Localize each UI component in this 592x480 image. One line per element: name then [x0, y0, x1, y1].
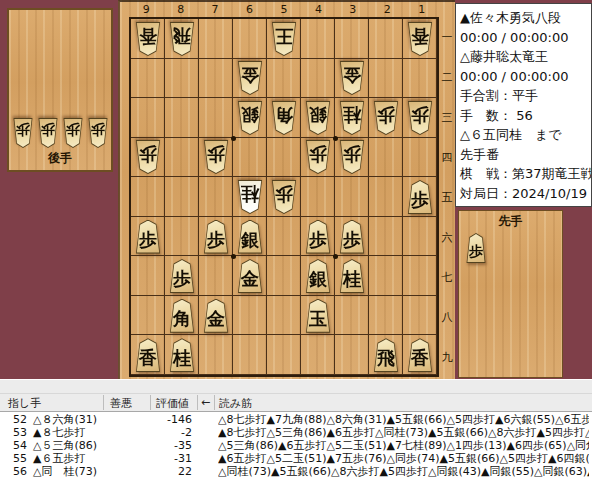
shogi-board[interactable]: 香飛王香金金銀角銀桂歩歩歩歩歩歩桂歩歩歩歩銀歩歩歩金銀桂角金玉香桂飛香 — [129, 17, 439, 377]
sente-piece-歩[interactable]: 歩 — [465, 233, 487, 263]
piece-kanji: 香 — [139, 27, 157, 45]
board-square[interactable] — [369, 19, 403, 59]
sente-clock: 00:00 / 00:00:00 — [460, 28, 591, 48]
move-row-pv: △同桂(73)▲5五銀(66)△8六歩打▲5四歩打△同銀(43)▲同銀(55)△… — [218, 465, 589, 478]
piece-kanji: 歩 — [309, 231, 327, 249]
piece-kanji: 銀 — [309, 270, 327, 288]
move-list-rows: 52△８六角(31)-146△8七歩打▲7九角(88)△8六角(31)▲5五銀(… — [0, 412, 592, 480]
rank-labels: 一二三四五六七八九 — [439, 17, 455, 377]
rank-label: 二 — [439, 57, 455, 97]
gote-piece-歩[interactable]: 歩 — [134, 140, 162, 174]
gote-piece-角[interactable]: 角 — [270, 101, 298, 135]
gote-piece-銀[interactable]: 銀 — [304, 101, 332, 135]
gote-piece-金[interactable]: 金 — [338, 61, 366, 95]
piece-kanji: 歩 — [139, 145, 157, 163]
board-square[interactable] — [369, 138, 403, 178]
sente-piece-角[interactable]: 角 — [168, 299, 196, 333]
move-row-54[interactable]: 54△５三角(86)-35△5三角(86)▲6五歩打△5二玉(51)▲7七桂(8… — [0, 439, 592, 452]
piece-kanji: 歩 — [309, 145, 327, 163]
piece-kanji: 角 — [173, 310, 191, 328]
last-move-line: △６五同桂 まで — [460, 125, 591, 145]
sente-player-name: ▲佐々木勇気八段 — [460, 8, 591, 28]
gote-piece-香[interactable]: 香 — [134, 22, 162, 56]
header-move: 指し手 — [8, 396, 41, 411]
piece-kanji: 歩 — [469, 244, 483, 258]
piece-kanji: 金 — [241, 66, 259, 84]
board-square[interactable] — [233, 335, 267, 375]
turn-indicator: 先手番 — [460, 145, 591, 165]
move-row-pv: ▲6五歩打△5二玉(51)▲7五歩(76)△同歩(74)▲5五銀(66)△5四歩… — [218, 452, 589, 465]
move-row-mv: △８六角(31) — [33, 413, 97, 426]
sente-piece-香[interactable]: 香 — [134, 338, 162, 372]
gote-piece-歩[interactable]: 歩 — [37, 118, 59, 148]
piece-kanji: 歩 — [377, 106, 395, 124]
gote-piece-桂[interactable]: 桂 — [236, 180, 264, 214]
piece-face: 角 — [169, 300, 195, 332]
piece-face: 歩 — [135, 221, 161, 253]
rank-label: 五 — [439, 177, 455, 217]
sente-piece-桂[interactable]: 桂 — [168, 338, 196, 372]
sente-piece-桂[interactable]: 桂 — [338, 259, 366, 293]
piece-kanji: 桂 — [241, 185, 259, 203]
piece-face: 金 — [237, 260, 263, 292]
move-row-mv: ▲８七歩打 — [33, 426, 85, 439]
rank-label: 一 — [439, 17, 455, 57]
gote-hand-pieces: 歩歩歩歩 — [9, 118, 111, 148]
move-row-ev: -2 — [130, 426, 192, 439]
board-square[interactable] — [267, 256, 301, 296]
piece-kanji: 歩 — [207, 145, 225, 163]
sente-piece-歩[interactable]: 歩 — [406, 180, 434, 214]
board-square[interactable] — [369, 217, 403, 257]
piece-face: 歩 — [271, 181, 297, 213]
sente-piece-歩[interactable]: 歩 — [304, 220, 332, 254]
gote-tray-label: 後手 — [9, 150, 111, 167]
gote-piece-香[interactable]: 香 — [406, 22, 434, 56]
piece-kanji: 歩 — [411, 191, 429, 209]
move-row-no: 52 — [5, 413, 27, 426]
piece-kanji: 金 — [207, 310, 225, 328]
piece-kanji: 香 — [139, 349, 157, 367]
board-square[interactable] — [165, 59, 199, 99]
board-square[interactable] — [267, 59, 301, 99]
piece-kanji: 桂 — [343, 270, 361, 288]
piece-kanji: 飛 — [173, 27, 191, 45]
board-square[interactable] — [131, 256, 165, 296]
board-square[interactable] — [165, 138, 199, 178]
move-row-pv: ▲8七歩打△5三角(86)▲6五歩打△同桂(73)▲5五銀(66)△8六歩打▲5… — [218, 426, 589, 439]
piece-kanji: 歩 — [139, 231, 157, 249]
board-square[interactable] — [403, 59, 437, 99]
gote-clock: 00:00 / 00:00:00 — [460, 67, 591, 87]
file-label: 2 — [370, 3, 404, 17]
piece-kanji: 歩 — [343, 145, 361, 163]
piece-kanji: 歩 — [207, 231, 225, 249]
sente-piece-金[interactable]: 金 — [236, 259, 264, 293]
gote-piece-歩[interactable]: 歩 — [202, 140, 230, 174]
file-label: 1 — [405, 3, 439, 17]
gote-piece-歩[interactable]: 歩 — [338, 140, 366, 174]
board-square[interactable] — [199, 177, 233, 217]
move-count-line: 手 数： 56 — [460, 106, 591, 126]
move-list-panel: 指し手 善悪 評価値 ← 読み筋 52△８六角(31)-146△8七歩打▲7九角… — [0, 379, 592, 480]
board-square[interactable] — [369, 177, 403, 217]
move-row-no: 53 — [5, 426, 27, 439]
sente-piece-歩[interactable]: 歩 — [202, 220, 230, 254]
move-row-mv: △５三角(86) — [33, 439, 97, 452]
file-label: 5 — [267, 3, 301, 17]
move-row-mv: △同 桂(73) — [33, 465, 97, 478]
board-square[interactable] — [301, 59, 335, 99]
piece-face: 桂 — [339, 260, 365, 292]
piece-kanji: 玉 — [309, 310, 327, 328]
board-square[interactable] — [165, 177, 199, 217]
column-separator — [103, 395, 104, 410]
gote-piece-王[interactable]: 王 — [270, 22, 298, 56]
piece-face: 香 — [135, 23, 161, 55]
board-square[interactable] — [131, 177, 165, 217]
piece-face: 角 — [271, 102, 297, 134]
piece-kanji: 角 — [275, 106, 293, 124]
piece-face: 飛 — [373, 339, 399, 371]
gote-piece-金[interactable]: 金 — [236, 61, 264, 95]
header-eval: 評価値 — [156, 396, 189, 411]
move-row-pv: △8七歩打▲7九角(88)△8六角(31)▲5五銀(66)△5四歩打▲6六銀(5… — [218, 413, 589, 426]
move-row-ev: -35 — [130, 439, 192, 452]
gote-player-name: △藤井聡太竜王 — [460, 47, 591, 67]
piece-face: 玉 — [305, 300, 331, 332]
piece-kanji: 歩 — [411, 106, 429, 124]
piece-face: 歩 — [135, 141, 161, 173]
piece-kanji: 歩 — [343, 231, 361, 249]
piece-kanji: 歩 — [66, 124, 80, 138]
piece-face: 桂 — [237, 181, 263, 213]
piece-kanji: 歩 — [16, 124, 30, 138]
sente-piece-飛[interactable]: 飛 — [372, 338, 400, 372]
piece-face: 歩 — [339, 141, 365, 173]
piece-kanji: 歩 — [275, 185, 293, 203]
board-square[interactable] — [403, 296, 437, 336]
board-square[interactable] — [335, 335, 369, 375]
sente-hand-pieces: 歩 — [465, 233, 487, 263]
board-square[interactable] — [403, 256, 437, 296]
board-square[interactable] — [199, 59, 233, 99]
piece-face: 香 — [135, 339, 161, 371]
file-label: 7 — [198, 3, 232, 17]
piece-face: 歩 — [407, 181, 433, 213]
board-square[interactable] — [369, 256, 403, 296]
piece-face: 飛 — [169, 23, 195, 55]
column-separator — [150, 395, 151, 410]
piece-face: 歩 — [305, 221, 331, 253]
sente-piece-歩[interactable]: 歩 — [338, 220, 366, 254]
move-row-52[interactable]: 52△８六角(31)-146△8七歩打▲7九角(88)△8六角(31)▲5五銀(… — [0, 413, 592, 426]
file-label: 8 — [163, 3, 197, 17]
move-row-no: 56 — [5, 465, 27, 478]
piece-kanji: 王 — [275, 27, 293, 45]
gote-piece-銀[interactable]: 銀 — [236, 101, 264, 135]
piece-kanji: 金 — [343, 66, 361, 84]
board-square[interactable] — [301, 335, 335, 375]
board-square[interactable] — [335, 177, 369, 217]
piece-kanji: 銀 — [309, 106, 327, 124]
sente-hand-tray: 先手 歩 — [458, 210, 563, 378]
gote-piece-歩[interactable]: 歩 — [304, 140, 332, 174]
move-row-mv: ▲６五歩打 — [33, 452, 85, 465]
move-row-no: 54 — [5, 439, 27, 452]
piece-kanji: 飛 — [377, 349, 395, 367]
kifu-viewer-window: { "game": "shogi", "position": { "sfen":… — [0, 0, 592, 480]
piece-face: 銀 — [237, 102, 263, 134]
board-square[interactable] — [335, 19, 369, 59]
piece-face: 歩 — [373, 102, 399, 134]
board-square[interactable] — [199, 19, 233, 59]
piece-kanji: 香 — [411, 27, 429, 45]
piece-kanji: 金 — [241, 270, 259, 288]
piece-kanji: 香 — [411, 349, 429, 367]
board-square[interactable] — [131, 59, 165, 99]
gote-piece-歩[interactable]: 歩 — [406, 101, 434, 135]
piece-face: 銀 — [237, 221, 263, 253]
date-line: 対局日：2024/10/19 — [460, 184, 591, 204]
gote-piece-歩[interactable]: 歩 — [270, 180, 298, 214]
sente-piece-玉[interactable]: 玉 — [304, 299, 332, 333]
header-pv: 読み筋 — [219, 396, 252, 411]
piece-face: 香 — [407, 23, 433, 55]
piece-kanji: 歩 — [41, 124, 55, 138]
sente-tray-label: 先手 — [459, 213, 562, 230]
file-labels: 987654321 — [129, 3, 439, 17]
event-line: 棋 戦：第37期竜王戦 — [460, 164, 591, 184]
gote-piece-飛[interactable]: 飛 — [168, 22, 196, 56]
piece-face: 歩 — [407, 102, 433, 134]
piece-face: 銀 — [305, 102, 331, 134]
piece-kanji: 歩 — [91, 124, 105, 138]
header-quality: 善悪 — [110, 396, 132, 411]
piece-face: 歩 — [466, 234, 486, 262]
board-square[interactable] — [301, 177, 335, 217]
board-square[interactable] — [403, 217, 437, 257]
file-label: 4 — [301, 3, 335, 17]
column-separator — [214, 395, 215, 410]
piece-kanji: 銀 — [241, 106, 259, 124]
board-square[interactable] — [233, 138, 267, 178]
board-square[interactable] — [165, 98, 199, 138]
board-square[interactable] — [199, 335, 233, 375]
board-square[interactable] — [267, 138, 301, 178]
piece-face: 桂 — [169, 339, 195, 371]
piece-face: 歩 — [203, 221, 229, 253]
board-square[interactable] — [267, 217, 301, 257]
piece-kanji: 歩 — [173, 270, 191, 288]
board-square[interactable] — [131, 98, 165, 138]
board-square[interactable] — [233, 296, 267, 336]
board-square[interactable] — [165, 217, 199, 257]
piece-face: 金 — [237, 62, 263, 94]
piece-face: 歩 — [169, 260, 195, 292]
board-square[interactable] — [267, 335, 301, 375]
piece-kanji: 銀 — [241, 231, 259, 249]
board-square[interactable] — [267, 296, 301, 336]
gote-piece-歩[interactable]: 歩 — [372, 101, 400, 135]
gote-piece-桂[interactable]: 桂 — [338, 101, 366, 135]
board-square[interactable] — [233, 19, 267, 59]
file-label: 6 — [232, 3, 266, 17]
piece-kanji: 桂 — [343, 106, 361, 124]
rank-label: 七 — [439, 257, 455, 297]
header-arrow: ← — [201, 396, 210, 409]
sente-piece-銀[interactable]: 銀 — [304, 259, 332, 293]
piece-face: 王 — [271, 23, 297, 55]
handicap-line: 手合割：平手 — [460, 86, 591, 106]
move-row-56[interactable]: 56△同 桂(73)22△同桂(73)▲5五銀(66)△8六歩打▲5四歩打△同銀… — [0, 465, 592, 478]
sente-piece-歩[interactable]: 歩 — [168, 259, 196, 293]
game-info-panel: ▲佐々木勇気八段 00:00 / 00:00:00 △藤井聡太竜王 00:00 … — [455, 3, 592, 207]
rank-label: 四 — [439, 137, 455, 177]
file-label: 9 — [129, 3, 163, 17]
shogi-board-area: 987654321 一二三四五六七八九 香飛王香金金銀角銀桂歩歩歩歩歩歩桂歩歩歩… — [118, 0, 455, 379]
rank-label: 六 — [439, 217, 455, 257]
board-square[interactable] — [199, 98, 233, 138]
piece-kanji: 桂 — [173, 349, 191, 367]
board-square[interactable] — [369, 296, 403, 336]
piece-face: 歩 — [305, 141, 331, 173]
sente-piece-金[interactable]: 金 — [202, 299, 230, 333]
piece-face: 香 — [407, 339, 433, 371]
board-square[interactable] — [301, 19, 335, 59]
piece-face: 銀 — [305, 260, 331, 292]
move-row-55[interactable]: 55▲６五歩打-31▲6五歩打△5二玉(51)▲7五歩(76)△同歩(74)▲5… — [0, 452, 592, 465]
board-square[interactable] — [403, 138, 437, 178]
move-list-header: 指し手 善悪 評価値 ← 読み筋 — [0, 393, 592, 412]
sente-piece-香[interactable]: 香 — [406, 338, 434, 372]
move-row-no: 55 — [5, 452, 27, 465]
gote-piece-歩[interactable]: 歩 — [12, 118, 34, 148]
move-row-ev: -31 — [130, 452, 192, 465]
hoshi-dot — [231, 136, 236, 141]
piece-face: 金 — [203, 300, 229, 332]
gote-hand-tray: 歩歩歩歩 後手 — [7, 8, 113, 172]
move-row-ev: -146 — [130, 413, 192, 426]
board-square[interactable] — [335, 296, 369, 336]
piece-face: 桂 — [339, 102, 365, 134]
board-square[interactable] — [199, 256, 233, 296]
piece-face: 歩 — [339, 221, 365, 253]
piece-face: 歩 — [203, 141, 229, 173]
sente-piece-銀[interactable]: 銀 — [236, 220, 264, 254]
rank-label: 八 — [439, 297, 455, 337]
rank-label: 三 — [439, 97, 455, 137]
gote-piece-歩[interactable]: 歩 — [62, 118, 84, 148]
piece-face: 金 — [339, 62, 365, 94]
move-row-53[interactable]: 53▲８七歩打-2▲8七歩打△5三角(86)▲6五歩打△同桂(73)▲5五銀(6… — [0, 426, 592, 439]
rank-label: 九 — [439, 337, 455, 377]
gote-piece-歩[interactable]: 歩 — [87, 118, 109, 148]
move-row-ev: 22 — [130, 465, 192, 478]
board-square[interactable] — [131, 296, 165, 336]
move-row-pv: △5三角(86)▲6五歩打△5二玉(51)▲7七桂(89)△1四歩(13)▲6四… — [218, 439, 589, 452]
file-label: 3 — [336, 3, 370, 17]
board-square[interactable] — [369, 59, 403, 99]
column-separator — [197, 395, 198, 410]
sente-piece-歩[interactable]: 歩 — [134, 220, 162, 254]
